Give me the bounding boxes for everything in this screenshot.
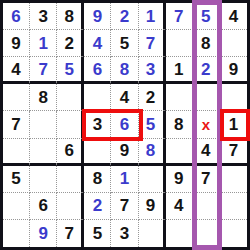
cell-r9c8[interactable] xyxy=(193,220,220,247)
cell-r3c3[interactable]: 5 xyxy=(57,57,84,84)
cell-r3c2[interactable]: 7 xyxy=(30,57,57,84)
cell-r4c5[interactable]: 4 xyxy=(111,84,138,111)
cell-r2c9[interactable] xyxy=(220,30,247,57)
cell-r1c4[interactable]: 9 xyxy=(84,3,111,30)
cell-r5c7[interactable]: 8 xyxy=(166,111,193,138)
cell-r6c6[interactable]: 8 xyxy=(139,139,166,166)
cell-r6c7[interactable] xyxy=(166,139,193,166)
cell-r5c1[interactable]: 7 xyxy=(3,111,30,138)
cell-r9c7[interactable] xyxy=(166,220,193,247)
cell-r2c3[interactable]: 2 xyxy=(57,30,84,57)
cell-r5c9[interactable]: 1 xyxy=(220,111,247,138)
cell-r5c6[interactable]: 5 xyxy=(139,111,166,138)
cell-r7c1[interactable]: 5 xyxy=(3,166,30,193)
cell-r7c3[interactable] xyxy=(57,166,84,193)
cell-r5c5[interactable]: 6 xyxy=(111,111,138,138)
cell-r2c2[interactable]: 1 xyxy=(30,30,57,57)
cell-r7c4[interactable]: 8 xyxy=(84,166,111,193)
cell-r3c9[interactable]: 9 xyxy=(220,57,247,84)
cell-r3c8[interactable]: 2 xyxy=(193,57,220,84)
cell-r7c6[interactable] xyxy=(139,166,166,193)
cell-r1c7[interactable]: 7 xyxy=(166,3,193,30)
cell-r1c3[interactable]: 8 xyxy=(57,3,84,30)
cell-r5c2[interactable] xyxy=(30,111,57,138)
cell-r7c7[interactable]: 9 xyxy=(166,166,193,193)
cell-r9c6[interactable] xyxy=(139,220,166,247)
cell-r7c8[interactable]: 7 xyxy=(193,166,220,193)
cell-r4c4[interactable] xyxy=(84,84,111,111)
cell-r3c5[interactable]: 8 xyxy=(111,57,138,84)
cell-r7c2[interactable] xyxy=(30,166,57,193)
cell-r2c7[interactable] xyxy=(166,30,193,57)
cell-r5c3[interactable] xyxy=(57,111,84,138)
cell-r3c4[interactable]: 6 xyxy=(84,57,111,84)
cell-r6c4[interactable] xyxy=(84,139,111,166)
cell-r4c6[interactable]: 2 xyxy=(139,84,166,111)
cell-r5c8[interactable]: x xyxy=(193,111,220,138)
sudoku-board: 638921754912457847568312984273658x169847… xyxy=(0,0,250,250)
cell-r6c1[interactable] xyxy=(3,139,30,166)
cell-r6c5[interactable]: 9 xyxy=(111,139,138,166)
cell-r4c2[interactable]: 8 xyxy=(30,84,57,111)
cell-r1c6[interactable]: 1 xyxy=(139,3,166,30)
cell-r8c5[interactable]: 7 xyxy=(111,193,138,220)
cell-r7c9[interactable] xyxy=(220,166,247,193)
cell-r2c1[interactable]: 9 xyxy=(3,30,30,57)
cell-r9c9[interactable] xyxy=(220,220,247,247)
cell-r6c2[interactable] xyxy=(30,139,57,166)
cell-r8c4[interactable]: 2 xyxy=(84,193,111,220)
sudoku-grid: 638921754912457847568312984273658x169847… xyxy=(0,0,250,250)
cell-r9c4[interactable]: 5 xyxy=(84,220,111,247)
cell-r5c4[interactable]: 3 xyxy=(84,111,111,138)
cell-r1c2[interactable]: 3 xyxy=(30,3,57,30)
cell-r8c8[interactable] xyxy=(193,193,220,220)
cell-r2c8[interactable]: 8 xyxy=(193,30,220,57)
cell-r1c5[interactable]: 2 xyxy=(111,3,138,30)
cell-r2c5[interactable]: 5 xyxy=(111,30,138,57)
cell-r6c8[interactable]: 4 xyxy=(193,139,220,166)
cell-r6c3[interactable]: 6 xyxy=(57,139,84,166)
cell-r8c1[interactable] xyxy=(3,193,30,220)
cell-r2c6[interactable]: 7 xyxy=(139,30,166,57)
cell-r8c6[interactable]: 9 xyxy=(139,193,166,220)
cell-r9c3[interactable]: 7 xyxy=(57,220,84,247)
cell-r4c1[interactable] xyxy=(3,84,30,111)
cell-r1c9[interactable]: 4 xyxy=(220,3,247,30)
cell-r9c2[interactable]: 9 xyxy=(30,220,57,247)
cell-r8c9[interactable] xyxy=(220,193,247,220)
cell-r8c2[interactable]: 6 xyxy=(30,193,57,220)
cell-r4c3[interactable] xyxy=(57,84,84,111)
cell-r7c5[interactable]: 1 xyxy=(111,166,138,193)
cell-r4c8[interactable] xyxy=(193,84,220,111)
cell-r1c8[interactable]: 5 xyxy=(193,3,220,30)
cell-r2c4[interactable]: 4 xyxy=(84,30,111,57)
cell-r9c5[interactable]: 3 xyxy=(111,220,138,247)
cell-r9c1[interactable] xyxy=(3,220,30,247)
cell-r3c6[interactable]: 3 xyxy=(139,57,166,84)
cell-r3c1[interactable]: 4 xyxy=(3,57,30,84)
cell-r8c7[interactable]: 4 xyxy=(166,193,193,220)
cell-r4c7[interactable] xyxy=(166,84,193,111)
cell-r1c1[interactable]: 6 xyxy=(3,3,30,30)
cell-r6c9[interactable]: 7 xyxy=(220,139,247,166)
cell-r4c9[interactable] xyxy=(220,84,247,111)
cell-r8c3[interactable] xyxy=(57,193,84,220)
cell-r3c7[interactable]: 1 xyxy=(166,57,193,84)
